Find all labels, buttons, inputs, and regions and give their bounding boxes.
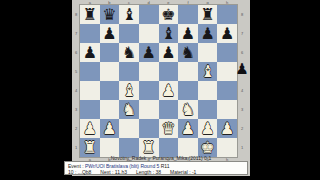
- rank-labels-right: 87654321: [239, 5, 245, 157]
- black-pawn: ♟: [161, 43, 175, 62]
- square-g8[interactable]: ♜: [198, 5, 218, 24]
- white-pawn: ♟: [181, 119, 195, 138]
- square-d7[interactable]: [139, 24, 159, 43]
- square-h4[interactable]: [217, 81, 237, 100]
- square-a7[interactable]: [80, 24, 100, 43]
- square-e3[interactable]: [159, 100, 179, 119]
- rank-label-2: 2: [239, 119, 245, 138]
- black-pawn: ♟: [220, 24, 234, 43]
- square-g5[interactable]: ♝: [198, 62, 218, 81]
- square-h3[interactable]: [217, 100, 237, 119]
- material-indicator-black-pawn-icon: ♟: [234, 59, 250, 79]
- square-c8[interactable]: ♝: [119, 5, 139, 24]
- square-f6[interactable]: ♞: [178, 43, 198, 62]
- square-f4[interactable]: [178, 81, 198, 100]
- square-h7[interactable]: ♟: [217, 24, 237, 43]
- square-b5[interactable]: [100, 62, 120, 81]
- black-king: ♚: [161, 5, 175, 24]
- square-c3[interactable]: ♞: [119, 100, 139, 119]
- rank-label-4: 4: [239, 81, 245, 100]
- square-a5[interactable]: [80, 62, 100, 81]
- black-rook: ♜: [83, 5, 97, 24]
- square-h8[interactable]: [217, 5, 237, 24]
- square-f5[interactable]: [178, 62, 198, 81]
- rank-label-6: 6: [73, 43, 79, 62]
- white-knight: ♞: [122, 100, 136, 119]
- black-pawn: ♟: [200, 24, 214, 43]
- black-queen: ♛: [102, 5, 116, 24]
- square-c4[interactable]: ♝: [119, 81, 139, 100]
- square-g4[interactable]: [198, 81, 218, 100]
- rank-label-5: 5: [73, 62, 79, 81]
- square-c5[interactable]: [119, 62, 139, 81]
- status-line: 10 : ...Qb8Next : 11.h3Length : 38Materi…: [68, 169, 244, 175]
- rank-label-3: 3: [73, 100, 79, 119]
- video-frame: abcdefgh abcdefgh 87654321 87654321 ♜♛♝♚…: [0, 0, 320, 180]
- game-info-box: Event : PWr/UOl Bratislava (blit) Round …: [64, 161, 248, 175]
- square-a8[interactable]: ♜: [80, 5, 100, 24]
- square-b6[interactable]: [100, 43, 120, 62]
- white-pawn: ♟: [200, 119, 214, 138]
- rank-label-4: 4: [73, 81, 79, 100]
- square-b8[interactable]: ♛: [100, 5, 120, 24]
- square-e5[interactable]: [159, 62, 179, 81]
- square-f8[interactable]: [178, 5, 198, 24]
- white-pawn: ♟: [102, 119, 116, 138]
- game-length: Length : 38: [136, 169, 161, 175]
- white-bishop: ♝: [122, 81, 136, 100]
- white-pawn: ♟: [161, 81, 175, 100]
- black-pawn: ♟: [83, 43, 97, 62]
- rank-label-2: 2: [73, 119, 79, 138]
- square-g7[interactable]: ♟: [198, 24, 218, 43]
- square-f7[interactable]: ♟: [178, 24, 198, 43]
- square-d4[interactable]: [139, 81, 159, 100]
- square-b4[interactable]: [100, 81, 120, 100]
- black-bishop: ♝: [161, 24, 175, 43]
- white-pawn: ♟: [83, 119, 97, 138]
- rank-label-7: 7: [73, 24, 79, 43]
- square-b2[interactable]: ♟: [100, 119, 120, 138]
- rank-label-7: 7: [239, 24, 245, 43]
- rank-labels-left: 87654321: [73, 5, 79, 157]
- square-d2[interactable]: [139, 119, 159, 138]
- square-a3[interactable]: [80, 100, 100, 119]
- square-c6[interactable]: ♞: [119, 43, 139, 62]
- square-a6[interactable]: ♟: [80, 43, 100, 62]
- square-g2[interactable]: ♟: [198, 119, 218, 138]
- square-c2[interactable]: [119, 119, 139, 138]
- black-pawn: ♟: [181, 24, 195, 43]
- white-bishop: ♝: [200, 62, 214, 81]
- rank-label-8: 8: [239, 5, 245, 24]
- black-pawn: ♟: [142, 43, 156, 62]
- square-h2[interactable]: ♟: [217, 119, 237, 138]
- square-e2[interactable]: ♛: [159, 119, 179, 138]
- square-d6[interactable]: ♟: [139, 43, 159, 62]
- square-e6[interactable]: ♟: [159, 43, 179, 62]
- square-f2[interactable]: ♟: [178, 119, 198, 138]
- rank-label-3: 3: [239, 100, 245, 119]
- square-d5[interactable]: [139, 62, 159, 81]
- next-move: Next : 11.h3: [100, 169, 127, 175]
- white-knight: ♞: [181, 100, 195, 119]
- square-d3[interactable]: [139, 100, 159, 119]
- white-pawn: ♟: [220, 119, 234, 138]
- board-panel: abcdefgh abcdefgh 87654321 87654321 ♜♛♝♚…: [72, 0, 250, 176]
- square-b3[interactable]: [100, 100, 120, 119]
- chess-board: ♜♛♝♚♜♟♝♟♟♟♟♞♟♟♞♝♝♟♞♞♟♟♛♟♟♟♜♜♚: [80, 5, 237, 157]
- square-a4[interactable]: [80, 81, 100, 100]
- square-b7[interactable]: ♟: [100, 24, 120, 43]
- material-balance: Material : -1: [170, 169, 196, 175]
- black-pawn: ♟: [102, 24, 116, 43]
- rank-label-8: 8: [73, 5, 79, 24]
- square-g3[interactable]: [198, 100, 218, 119]
- square-f3[interactable]: ♞: [178, 100, 198, 119]
- square-a2[interactable]: ♟: [80, 119, 100, 138]
- current-move: 10 : ...Qb8: [68, 169, 91, 175]
- square-e4[interactable]: ♟: [159, 81, 179, 100]
- black-rook: ♜: [200, 5, 214, 24]
- white-queen: ♛: [161, 119, 175, 138]
- square-g6[interactable]: [198, 43, 218, 62]
- square-d8[interactable]: [139, 5, 159, 24]
- square-e8[interactable]: ♚: [159, 5, 179, 24]
- square-c7[interactable]: [119, 24, 139, 43]
- square-e7[interactable]: ♝: [159, 24, 179, 43]
- black-knight: ♞: [181, 43, 195, 62]
- black-knight: ♞: [122, 43, 136, 62]
- black-bishop: ♝: [122, 5, 136, 24]
